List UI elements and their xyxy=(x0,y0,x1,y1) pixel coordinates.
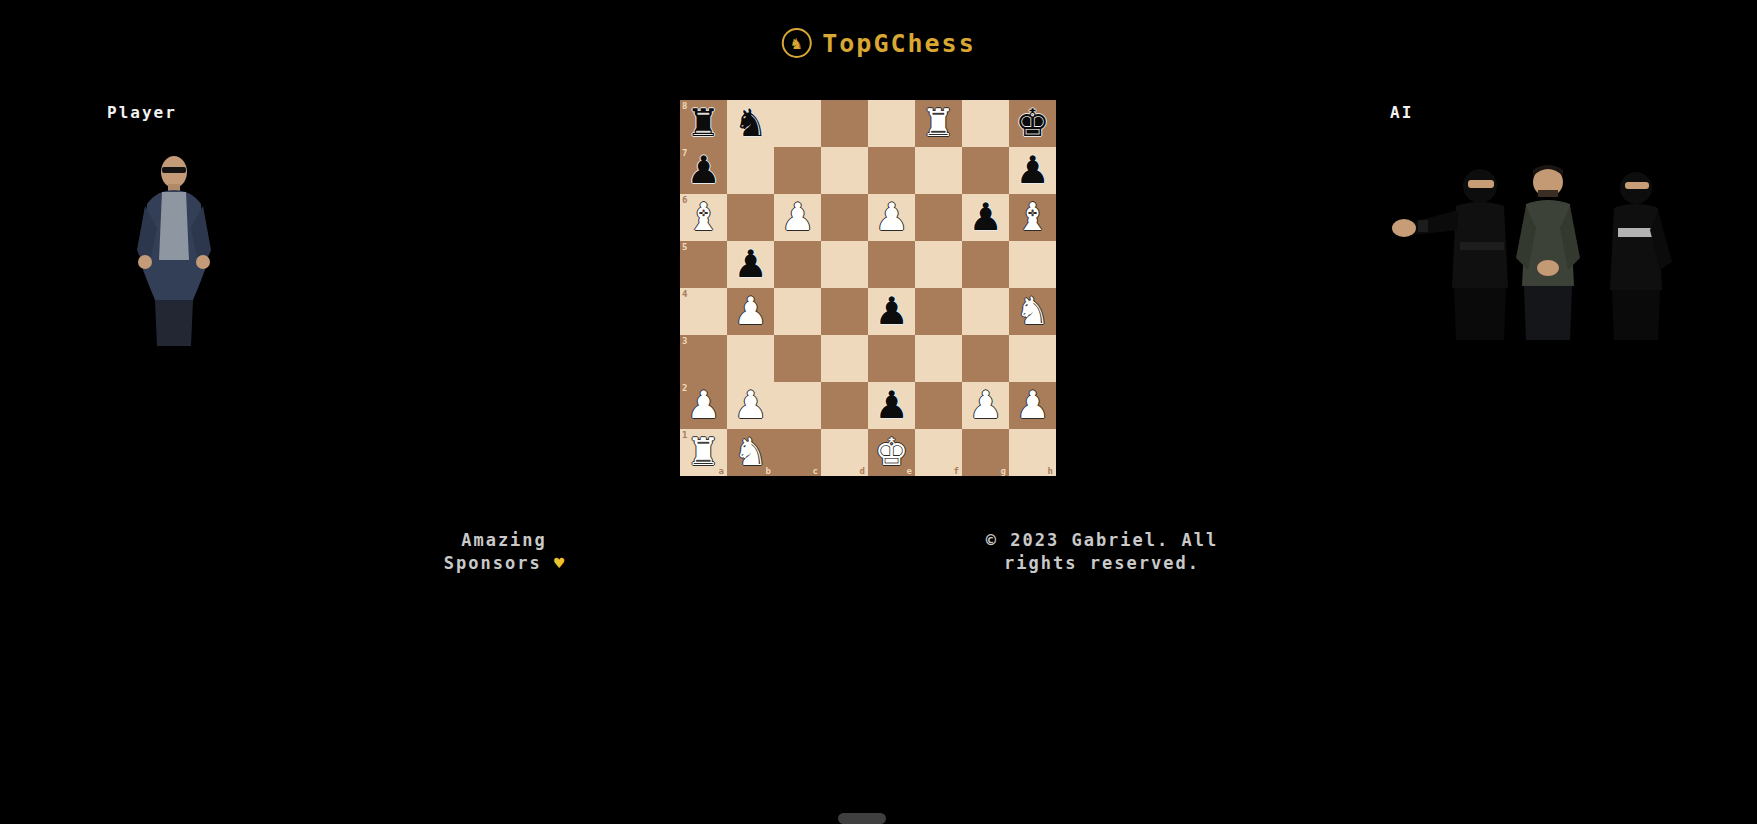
square-a6[interactable]: 6♝ xyxy=(680,194,727,241)
white-pawn-b2[interactable]: ♟ xyxy=(727,382,774,429)
square-g3[interactable] xyxy=(962,335,1009,382)
rank-label-3: 3 xyxy=(682,336,687,346)
square-e2[interactable]: ♟ xyxy=(868,382,915,429)
square-e5[interactable] xyxy=(868,241,915,288)
white-pawn-h2[interactable]: ♟ xyxy=(1009,382,1056,429)
white-knight-b1[interactable]: ♞ xyxy=(727,429,774,476)
white-pawn-e6[interactable]: ♟ xyxy=(868,194,915,241)
white-rook-f8[interactable]: ♜ xyxy=(915,100,962,147)
square-d1[interactable]: d xyxy=(821,429,868,476)
white-pawn-c6[interactable]: ♟ xyxy=(774,194,821,241)
square-d6[interactable] xyxy=(821,194,868,241)
white-bishop-a6[interactable]: ♝ xyxy=(680,194,727,241)
file-label-f: f xyxy=(954,466,959,476)
rank-label-4: 4 xyxy=(682,289,687,299)
black-pawn-a7[interactable]: ♟ xyxy=(680,147,727,194)
file-label-h: h xyxy=(1048,466,1053,476)
square-h5[interactable] xyxy=(1009,241,1056,288)
app-title-bar: ♞ TopGChess xyxy=(781,28,975,58)
square-g2[interactable]: ♟ xyxy=(962,382,1009,429)
square-b7[interactable] xyxy=(727,147,774,194)
sponsors-line1: Amazing xyxy=(394,529,614,552)
square-h3[interactable] xyxy=(1009,335,1056,382)
square-f1[interactable]: f xyxy=(915,429,962,476)
square-d5[interactable] xyxy=(821,241,868,288)
square-h2[interactable]: ♟ xyxy=(1009,382,1056,429)
square-g8[interactable] xyxy=(962,100,1009,147)
white-rook-a1[interactable]: ♜ xyxy=(680,429,727,476)
heart-icon: ♥ xyxy=(554,553,564,573)
sponsors-line2: Sponsors ♥ xyxy=(394,552,614,575)
square-a5[interactable]: 5 xyxy=(680,241,727,288)
square-e6[interactable]: ♟ xyxy=(868,194,915,241)
square-g4[interactable] xyxy=(962,288,1009,335)
square-b1[interactable]: b♞ xyxy=(727,429,774,476)
file-label-d: d xyxy=(860,466,865,476)
copyright-text: © 2023 Gabriel. All rights reserved. xyxy=(942,529,1262,575)
player-label: Player xyxy=(107,103,177,122)
black-pawn-h7[interactable]: ♟ xyxy=(1009,147,1056,194)
ai-avatar xyxy=(1388,158,1688,340)
player-avatar xyxy=(135,150,213,346)
square-c4[interactable] xyxy=(774,288,821,335)
copyright-line1: © 2023 Gabriel. All xyxy=(942,529,1262,552)
square-d3[interactable] xyxy=(821,335,868,382)
white-king-e1[interactable]: ♚ xyxy=(868,429,915,476)
square-f3[interactable] xyxy=(915,335,962,382)
square-g6[interactable]: ♟ xyxy=(962,194,1009,241)
square-h1[interactable]: h xyxy=(1009,429,1056,476)
copyright-line2: rights reserved. xyxy=(942,552,1262,575)
square-b5[interactable]: ♟ xyxy=(727,241,774,288)
square-h8[interactable]: ♚ xyxy=(1009,100,1056,147)
square-d4[interactable] xyxy=(821,288,868,335)
black-pawn-g6[interactable]: ♟ xyxy=(962,194,1009,241)
square-c5[interactable] xyxy=(774,241,821,288)
file-label-c: c xyxy=(813,466,818,476)
square-b6[interactable] xyxy=(727,194,774,241)
square-c2[interactable] xyxy=(774,382,821,429)
ai-label: AI xyxy=(1390,103,1413,122)
square-a3[interactable]: 3 xyxy=(680,335,727,382)
square-e4[interactable]: ♟ xyxy=(868,288,915,335)
square-c3[interactable] xyxy=(774,335,821,382)
square-b2[interactable]: ♟ xyxy=(727,382,774,429)
bottom-scroll-nub[interactable] xyxy=(838,813,886,824)
square-d8[interactable] xyxy=(821,100,868,147)
square-d7[interactable] xyxy=(821,147,868,194)
square-b3[interactable] xyxy=(727,335,774,382)
square-c7[interactable] xyxy=(774,147,821,194)
square-f6[interactable] xyxy=(915,194,962,241)
square-a8[interactable]: 8♜ xyxy=(680,100,727,147)
black-rook-a8[interactable]: ♜ xyxy=(680,100,727,147)
square-f5[interactable] xyxy=(915,241,962,288)
square-a4[interactable]: 4 xyxy=(680,288,727,335)
black-pawn-e4[interactable]: ♟ xyxy=(868,288,915,335)
square-c6[interactable]: ♟ xyxy=(774,194,821,241)
square-f8[interactable]: ♜ xyxy=(915,100,962,147)
square-c8[interactable] xyxy=(774,100,821,147)
square-c1[interactable]: c xyxy=(774,429,821,476)
rank-label-5: 5 xyxy=(682,242,687,252)
square-g1[interactable]: g xyxy=(962,429,1009,476)
square-b4[interactable]: ♟ xyxy=(727,288,774,335)
square-h7[interactable]: ♟ xyxy=(1009,147,1056,194)
black-pawn-b5[interactable]: ♟ xyxy=(727,241,774,288)
file-label-g: g xyxy=(1001,466,1006,476)
chess-board[interactable]: 8♜♞♜♚7♟♟6♝♟♟♟♝5♟4♟♟♞32♟♟♟♟♟1a♜b♞cde♚fgh xyxy=(680,100,1056,476)
square-e1[interactable]: e♚ xyxy=(868,429,915,476)
black-king-h8[interactable]: ♚ xyxy=(1009,100,1056,147)
square-h6[interactable]: ♝ xyxy=(1009,194,1056,241)
white-pawn-b4[interactable]: ♟ xyxy=(727,288,774,335)
square-a7[interactable]: 7♟ xyxy=(680,147,727,194)
square-f2[interactable] xyxy=(915,382,962,429)
square-g7[interactable] xyxy=(962,147,1009,194)
square-e8[interactable] xyxy=(868,100,915,147)
knight-coin-icon: ♞ xyxy=(781,28,811,58)
white-knight-h4[interactable]: ♞ xyxy=(1009,288,1056,335)
sponsors-text: Amazing Sponsors ♥ xyxy=(394,529,614,575)
app-title: TopGChess xyxy=(822,29,975,58)
square-e3[interactable] xyxy=(868,335,915,382)
square-f7[interactable] xyxy=(915,147,962,194)
black-knight-b8[interactable]: ♞ xyxy=(727,100,774,147)
square-b8[interactable]: ♞ xyxy=(727,100,774,147)
black-pawn-e2[interactable]: ♟ xyxy=(868,382,915,429)
square-g5[interactable] xyxy=(962,241,1009,288)
square-a2[interactable]: 2♟ xyxy=(680,382,727,429)
square-h4[interactable]: ♞ xyxy=(1009,288,1056,335)
white-bishop-h6[interactable]: ♝ xyxy=(1009,194,1056,241)
coin-knight-glyph: ♞ xyxy=(791,35,801,52)
square-e7[interactable] xyxy=(868,147,915,194)
square-f4[interactable] xyxy=(915,288,962,335)
square-d2[interactable] xyxy=(821,382,868,429)
white-pawn-a2[interactable]: ♟ xyxy=(680,382,727,429)
square-a1[interactable]: 1a♜ xyxy=(680,429,727,476)
white-pawn-g2[interactable]: ♟ xyxy=(962,382,1009,429)
